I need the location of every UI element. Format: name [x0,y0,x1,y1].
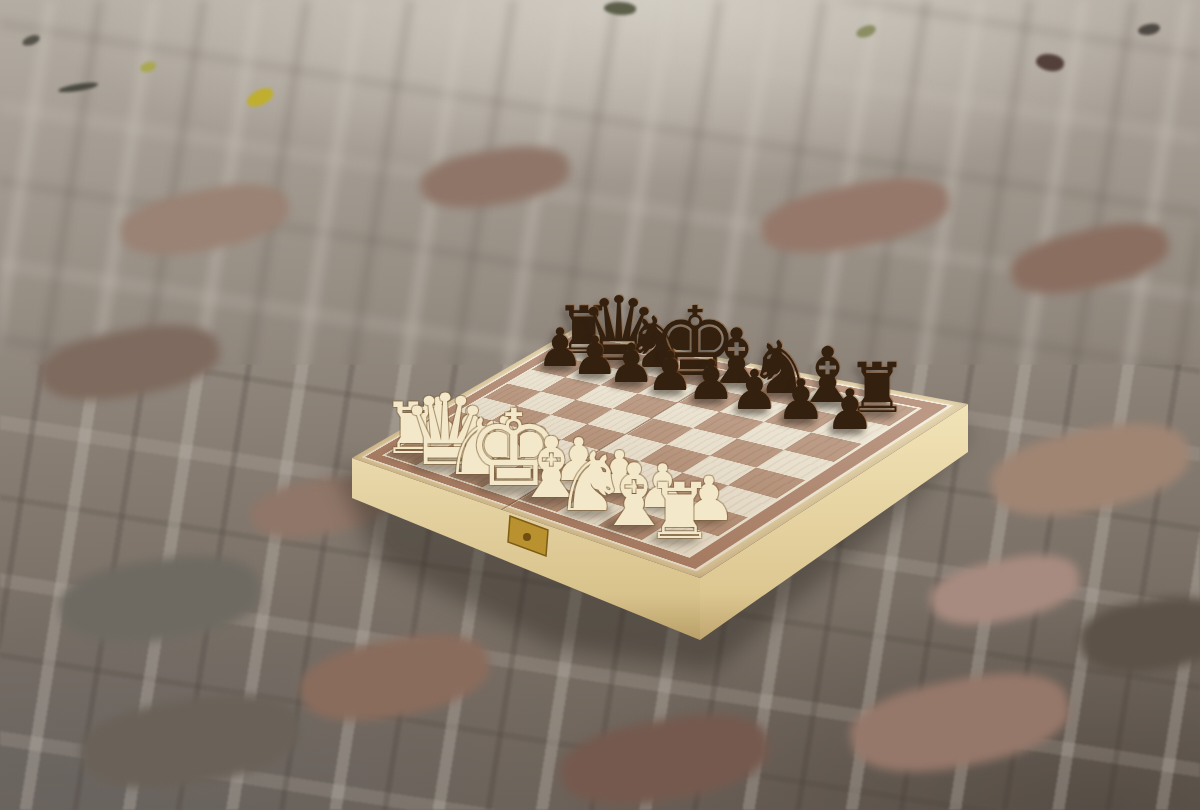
piece-black-pawn-a7: ♟ [825,382,875,438]
photo-scene: ♜♝♞♝♚♞♛♜♟♟♟♟♟♟♟♟♟♟♟♟♟♟♟♟♜♝♞♝♚♞♛♜ [0,0,1200,810]
piece-black-pawn-b7: ♟ [776,372,826,428]
piece-white-rook-a1: ♜ [645,473,714,550]
piece-black-pawn-d7: ♟ [686,353,735,408]
piece-black-pawn-c7: ♟ [730,362,779,417]
pieces-layer: ♜♝♞♝♚♞♛♜♟♟♟♟♟♟♟♟♟♟♟♟♟♟♟♟♜♝♞♝♚♞♛♜ [0,0,1200,810]
